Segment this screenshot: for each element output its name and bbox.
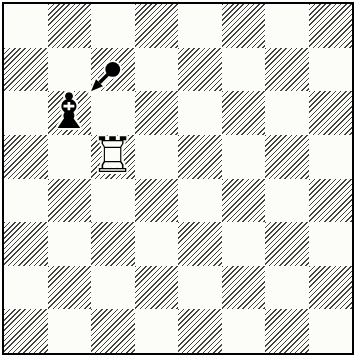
- square-f1[interactable]: [222, 309, 266, 353]
- square-a5[interactable]: [4, 135, 48, 179]
- square-g3[interactable]: [265, 222, 309, 266]
- square-g2[interactable]: [265, 266, 309, 310]
- square-d2[interactable]: [135, 266, 179, 310]
- square-c5[interactable]: ♜♖: [91, 135, 135, 179]
- square-d5[interactable]: [135, 135, 179, 179]
- square-b4[interactable]: [48, 179, 92, 223]
- square-a2[interactable]: [4, 266, 48, 310]
- square-b1[interactable]: [48, 309, 92, 353]
- square-d1[interactable]: [135, 309, 179, 353]
- square-a8[interactable]: [4, 4, 48, 48]
- square-f2[interactable]: [222, 266, 266, 310]
- square-e7[interactable]: [178, 48, 222, 92]
- square-h5[interactable]: [309, 135, 353, 179]
- square-g6[interactable]: [265, 91, 309, 135]
- square-e5[interactable]: [178, 135, 222, 179]
- square-f7[interactable]: [222, 48, 266, 92]
- square-a6[interactable]: [4, 91, 48, 135]
- square-h3[interactable]: [309, 222, 353, 266]
- square-g8[interactable]: [265, 4, 309, 48]
- square-a3[interactable]: [4, 222, 48, 266]
- square-c4[interactable]: [91, 179, 135, 223]
- square-f5[interactable]: [222, 135, 266, 179]
- chess-diagram: ♝♝♜♖: [0, 0, 356, 357]
- square-e3[interactable]: [178, 222, 222, 266]
- square-h4[interactable]: [309, 179, 353, 223]
- square-b3[interactable]: [48, 222, 92, 266]
- square-g4[interactable]: [265, 179, 309, 223]
- white-rook[interactable]: ♜♖: [91, 135, 135, 179]
- square-d8[interactable]: [135, 4, 179, 48]
- square-a1[interactable]: [4, 309, 48, 353]
- square-d6[interactable]: [135, 91, 179, 135]
- square-e2[interactable]: [178, 266, 222, 310]
- square-e4[interactable]: [178, 179, 222, 223]
- square-b6[interactable]: ♝♝: [48, 91, 92, 135]
- square-a7[interactable]: [4, 48, 48, 92]
- board-grid: ♝♝♜♖: [4, 4, 352, 353]
- square-e6[interactable]: [178, 91, 222, 135]
- bishop-halo: ♝: [47, 87, 91, 136]
- rook-halo: ♜: [91, 130, 135, 179]
- chess-board: ♝♝♜♖: [2, 2, 354, 355]
- square-g5[interactable]: [265, 135, 309, 179]
- square-g7[interactable]: [265, 48, 309, 92]
- square-c8[interactable]: [91, 4, 135, 48]
- black-bishop-glyph: ♝: [47, 87, 91, 136]
- square-f4[interactable]: [222, 179, 266, 223]
- square-d3[interactable]: [135, 222, 179, 266]
- white-rook-glyph: ♖: [91, 130, 135, 179]
- square-f8[interactable]: [222, 4, 266, 48]
- square-b5[interactable]: [48, 135, 92, 179]
- square-g1[interactable]: [265, 309, 309, 353]
- square-h8[interactable]: [309, 4, 353, 48]
- square-c7[interactable]: [91, 48, 135, 92]
- square-c3[interactable]: [91, 222, 135, 266]
- square-e8[interactable]: [178, 4, 222, 48]
- square-b2[interactable]: [48, 266, 92, 310]
- square-a4[interactable]: [4, 179, 48, 223]
- square-c2[interactable]: [91, 266, 135, 310]
- square-h6[interactable]: [309, 91, 353, 135]
- square-h7[interactable]: [309, 48, 353, 92]
- square-c6[interactable]: [91, 91, 135, 135]
- square-h1[interactable]: [309, 309, 353, 353]
- square-f6[interactable]: [222, 91, 266, 135]
- square-h2[interactable]: [309, 266, 353, 310]
- square-d7[interactable]: [135, 48, 179, 92]
- square-f3[interactable]: [222, 222, 266, 266]
- square-e1[interactable]: [178, 309, 222, 353]
- square-c1[interactable]: [91, 309, 135, 353]
- square-b8[interactable]: [48, 4, 92, 48]
- black-bishop[interactable]: ♝♝: [48, 91, 92, 135]
- square-b7[interactable]: [48, 48, 92, 92]
- square-d4[interactable]: [135, 179, 179, 223]
